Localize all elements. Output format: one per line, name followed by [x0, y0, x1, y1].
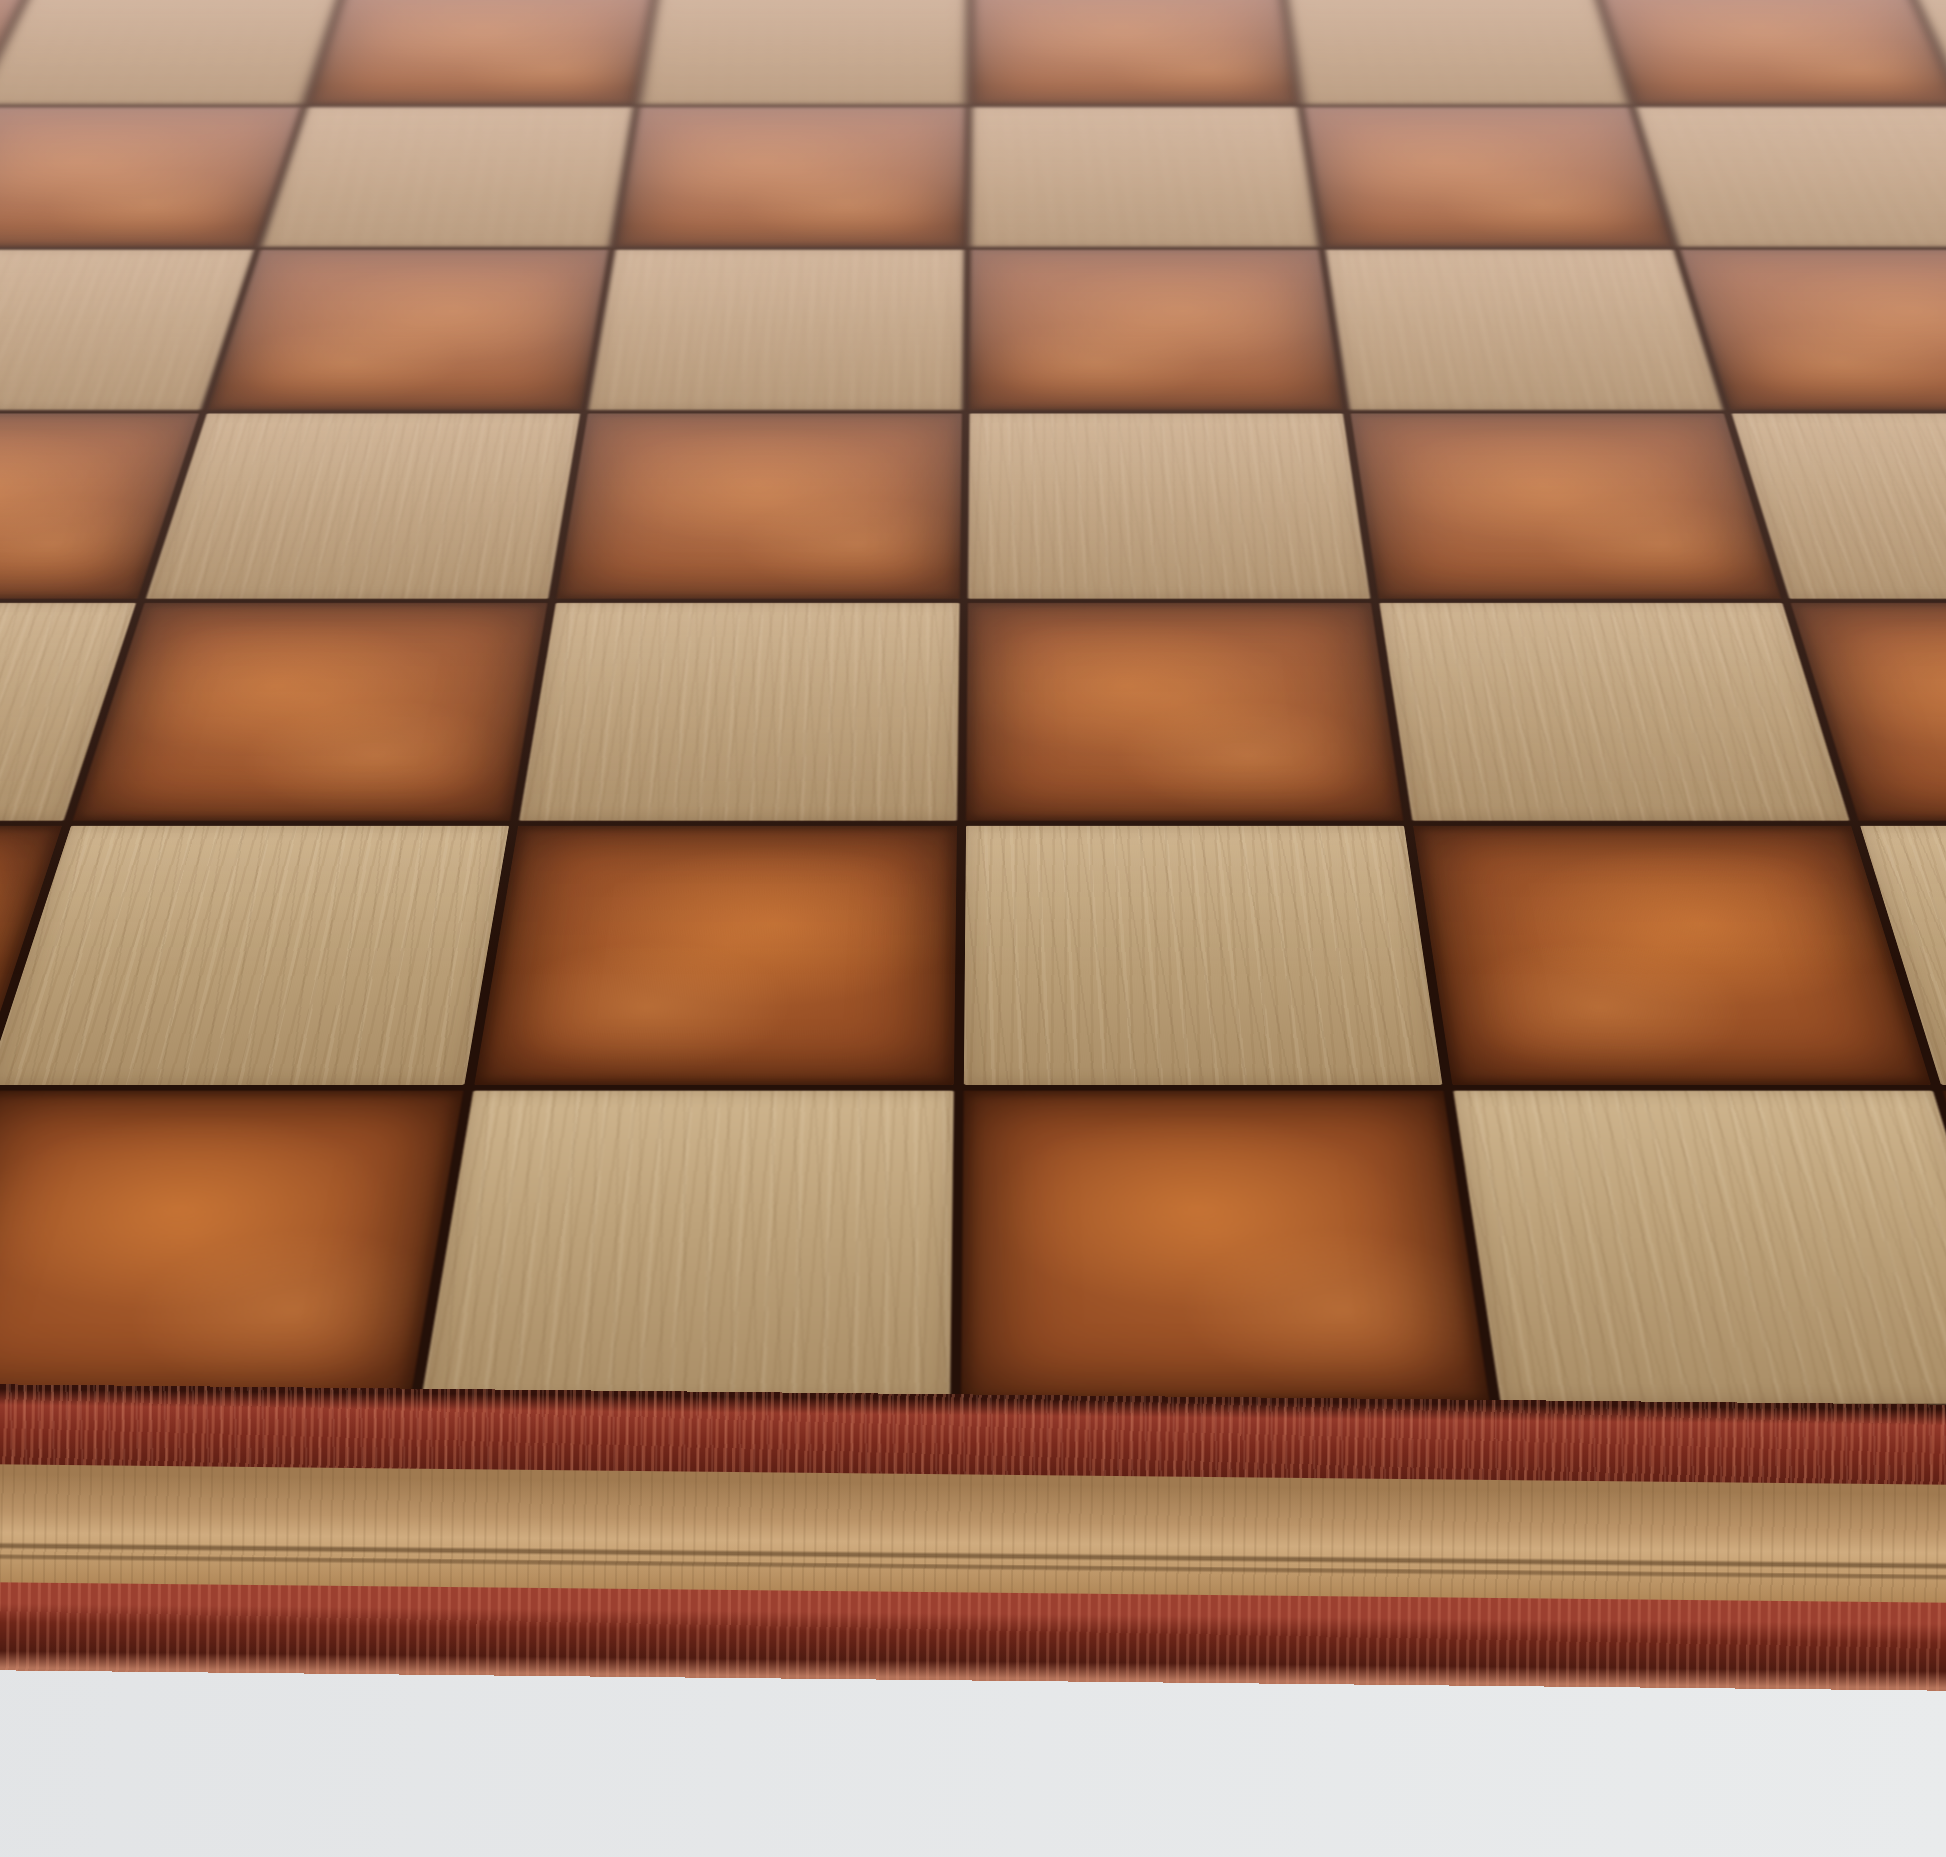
square-f4 — [1350, 413, 1781, 599]
square-e2 — [963, 826, 1442, 1085]
maple-board-edge — [0, 1464, 1946, 1604]
square-b6 — [0, 107, 301, 246]
square-f6 — [1304, 107, 1672, 246]
square-e3 — [966, 603, 1404, 821]
square-d4 — [557, 413, 962, 599]
square-d3 — [519, 603, 959, 821]
square-d6 — [616, 107, 965, 246]
square-c2 — [0, 826, 509, 1085]
square-g5 — [1681, 250, 1946, 410]
square-f5 — [1326, 250, 1723, 410]
square-e4 — [968, 413, 1371, 599]
square-c3 — [72, 603, 547, 821]
square-e7 — [972, 0, 1297, 104]
board-front-edge — [0, 1384, 1946, 1692]
square-d1 — [420, 1091, 953, 1404]
square-d7 — [640, 0, 966, 104]
square-f1 — [1453, 1091, 1946, 1404]
square-f3 — [1379, 603, 1850, 821]
square-d2 — [474, 826, 956, 1085]
square-c7 — [308, 0, 654, 104]
square-e6 — [971, 107, 1318, 246]
square-f2 — [1413, 826, 1931, 1085]
square-c6 — [262, 107, 633, 246]
square-e5 — [969, 250, 1342, 410]
square-b7 — [0, 0, 343, 104]
square-c5 — [208, 250, 609, 410]
square-d5 — [589, 250, 964, 410]
square-e1 — [961, 1091, 1490, 1404]
square-g7 — [1597, 0, 1946, 104]
square-c4 — [146, 413, 581, 599]
square-f7 — [1285, 0, 1629, 104]
square-g6 — [1636, 107, 1946, 246]
chessboard — [0, 0, 1946, 1412]
photo-canvas — [0, 0, 1946, 1857]
square-c1 — [0, 1091, 463, 1404]
